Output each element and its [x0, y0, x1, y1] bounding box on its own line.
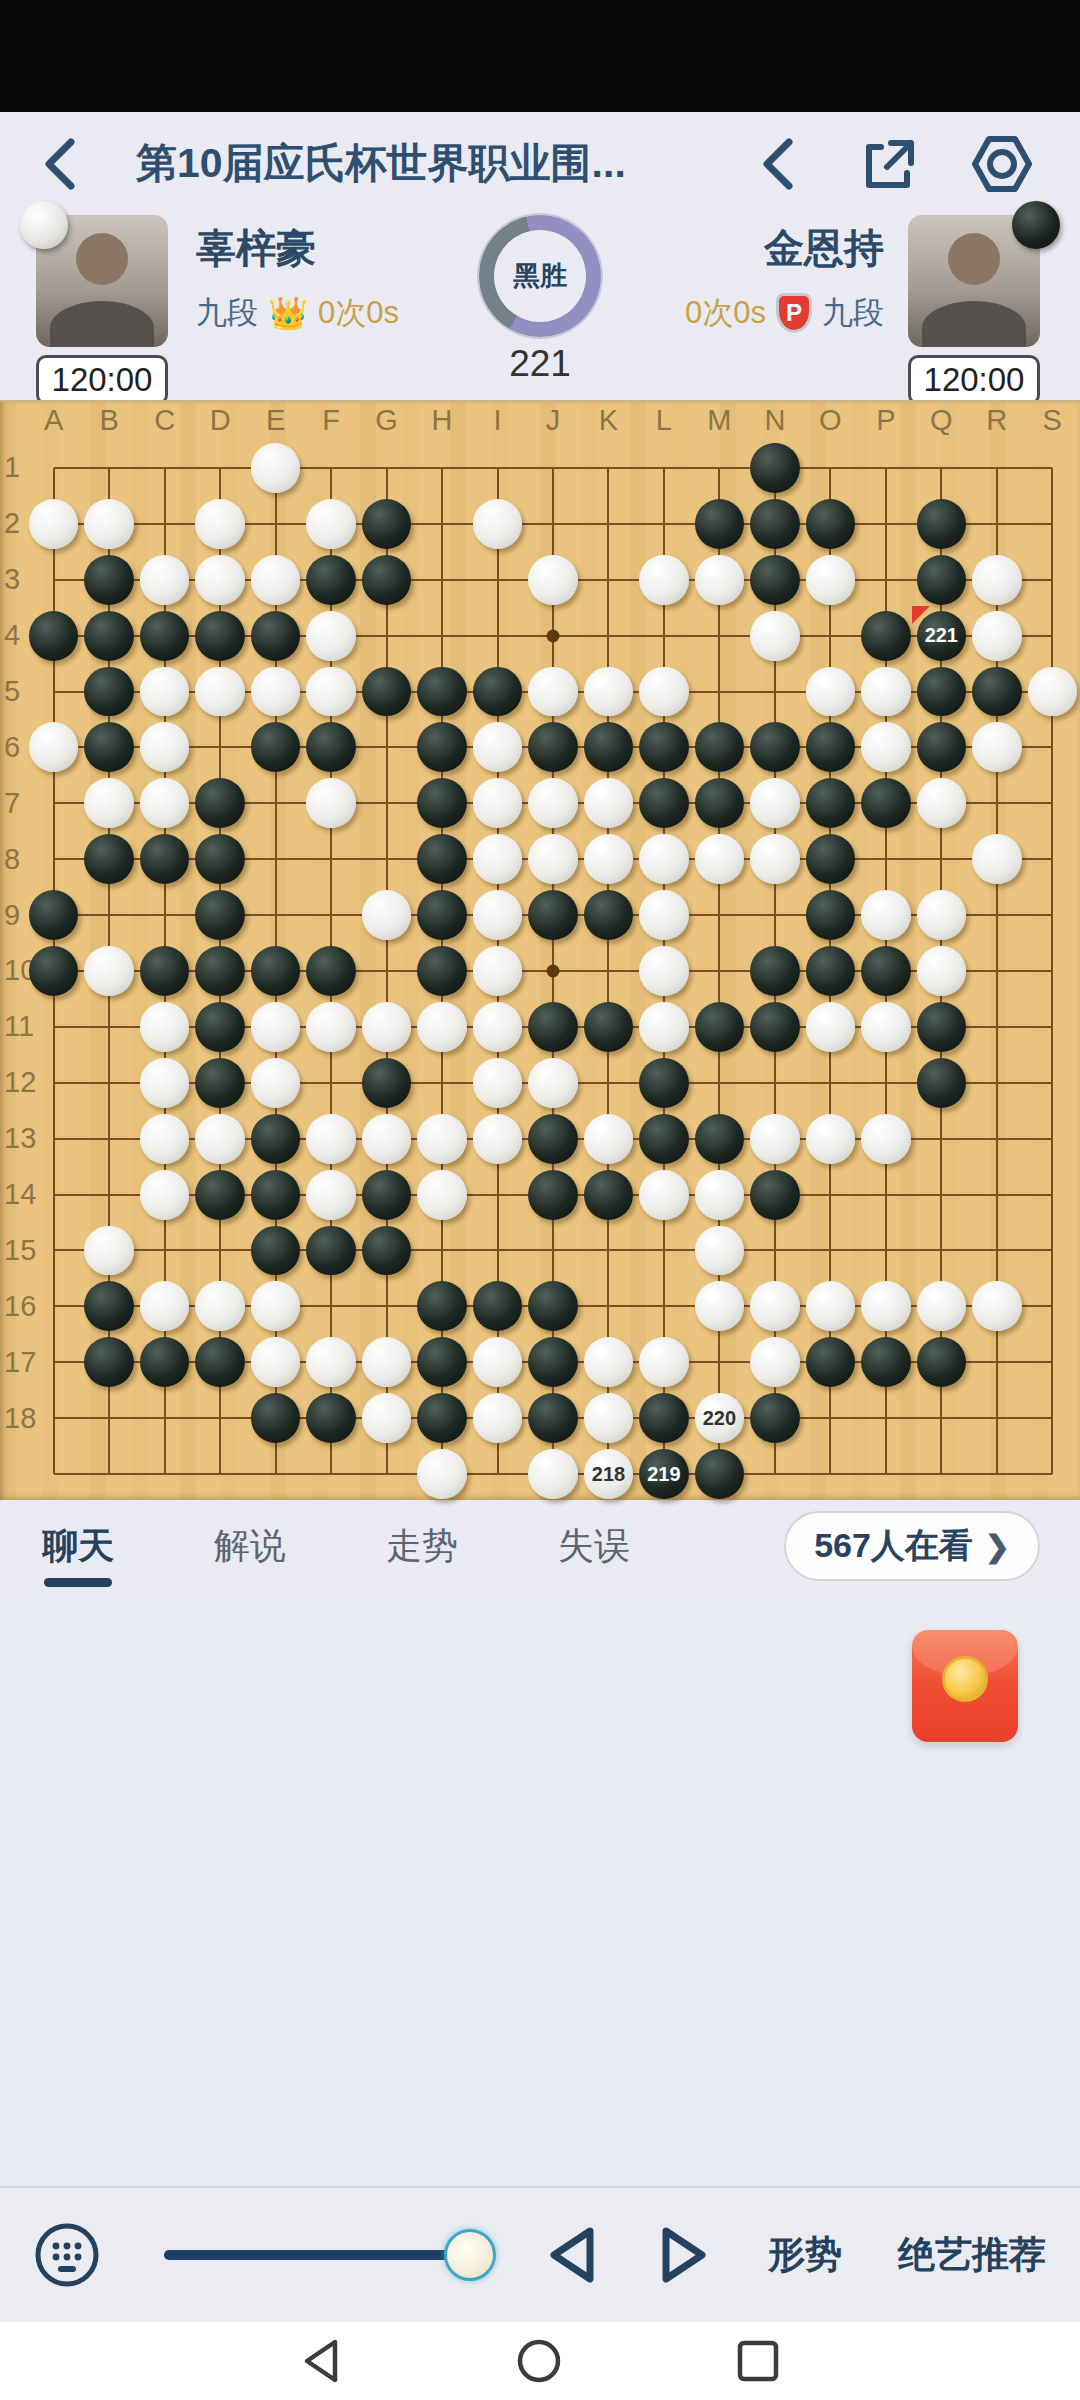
status-bar [0, 0, 1080, 112]
next-move-button[interactable] [656, 2223, 712, 2287]
black-stone-O8 [806, 834, 855, 884]
intersection-S17 [1025, 1334, 1080, 1390]
black-stone-J6 [528, 722, 577, 772]
intersection-E4 [248, 608, 303, 664]
intersection-Q8 [914, 831, 969, 887]
black-stone-F15 [306, 1226, 355, 1276]
intersection-I13 [470, 1111, 525, 1167]
intersection-J9 [525, 887, 580, 943]
intersection-B9 [81, 887, 136, 943]
black-stone-J16 [528, 1281, 577, 1331]
tab-mistakes[interactable]: 失误 [556, 1512, 632, 1581]
intersection-K18 [581, 1390, 636, 1446]
intersection-A14 [26, 1167, 81, 1223]
intersection-E15 [248, 1223, 303, 1279]
intersection-D19 [192, 1446, 247, 1502]
black-stone-G15 [362, 1226, 411, 1276]
intersection-H16 [414, 1278, 469, 1334]
controls-bar: 形势 绝艺推荐 [0, 2186, 1080, 2322]
intersection-N2 [747, 496, 802, 552]
black-stone-D17 [195, 1337, 244, 1387]
intersection-Q19 [914, 1446, 969, 1502]
black-stone-E15 [251, 1226, 300, 1276]
intersection-R16 [969, 1278, 1024, 1334]
col-label-P: P [858, 404, 913, 440]
intersection-D11 [192, 999, 247, 1055]
intersection-B15 [81, 1223, 136, 1279]
intersection-J6 [525, 719, 580, 775]
intersection-F16 [303, 1278, 358, 1334]
black-stone-G3 [362, 555, 411, 605]
intersection-N4 [747, 608, 802, 664]
white-stone-L10 [639, 946, 688, 996]
intersection-B7 [81, 775, 136, 831]
keyboard-input-icon[interactable] [34, 2213, 100, 2297]
intersection-S5 [1025, 664, 1080, 720]
white-stone-I13 [473, 1114, 522, 1164]
white-stone-N13 [750, 1114, 799, 1164]
intersection-L2 [636, 496, 691, 552]
intersection-G8 [359, 831, 414, 887]
white-stone-I18 [473, 1393, 522, 1443]
black-stone-K9 [584, 890, 633, 940]
black-stone-R5 [972, 667, 1021, 717]
col-label-M: M [692, 404, 747, 440]
intersection-F14 [303, 1167, 358, 1223]
left-player-avatar[interactable]: 120:00 [36, 215, 172, 400]
white-stone-L8 [639, 834, 688, 884]
intersection-I5 [470, 664, 525, 720]
intersection-C5 [137, 664, 192, 720]
intersection-J18 [525, 1390, 580, 1446]
intersection-C1 [137, 440, 192, 496]
white-stone-F5 [306, 667, 355, 717]
intersection-I18 [470, 1390, 525, 1446]
intersection-C15 [137, 1223, 192, 1279]
intersection-B6 [81, 719, 136, 775]
intersection-F13 [303, 1111, 358, 1167]
intersection-E7 [248, 775, 303, 831]
intersection-A4 [26, 608, 81, 664]
intersection-A19 [26, 1446, 81, 1502]
left-player-overtime: 0次0s [318, 292, 399, 334]
intersection-F19 [303, 1446, 358, 1502]
intersection-S9 [1025, 887, 1080, 943]
right-player-overtime: 0次0s [685, 292, 766, 334]
intersection-E19 [248, 1446, 303, 1502]
black-stone-M11 [695, 1002, 744, 1052]
intersection-J17 [525, 1334, 580, 1390]
intersection-E9 [248, 887, 303, 943]
intersection-I12 [470, 1055, 525, 1111]
intersection-A1 [26, 440, 81, 496]
intersection-M3 [692, 552, 747, 608]
white-stone-D5 [195, 667, 244, 717]
white-stone-C7 [140, 778, 189, 828]
black-stone-N14 [750, 1170, 799, 1220]
intersection-H6 [414, 719, 469, 775]
intersection-L1 [636, 440, 691, 496]
intersection-E18 [248, 1390, 303, 1446]
intersection-H11 [414, 999, 469, 1055]
intersection-M10 [692, 943, 747, 999]
ai-recommend-button[interactable]: 绝艺推荐 [898, 2230, 1046, 2280]
move-progress-slider[interactable] [164, 2250, 488, 2260]
intersection-O6 [803, 719, 858, 775]
intersection-F9 [303, 887, 358, 943]
black-stone-I16 [473, 1281, 522, 1331]
black-stone-Q12 [917, 1058, 966, 1108]
intersection-M16 [692, 1278, 747, 1334]
intersection-J4 [525, 608, 580, 664]
intersection-H2 [414, 496, 469, 552]
white-stone-M15 [695, 1226, 744, 1276]
white-stone-M3 [695, 555, 744, 605]
col-label-I: I [470, 404, 525, 440]
white-stone-R6 [972, 722, 1021, 772]
black-stone-G5 [362, 667, 411, 717]
black-stone-O6 [806, 722, 855, 772]
intersection-N18 [747, 1390, 802, 1446]
black-stone-C8 [140, 834, 189, 884]
white-stone-E1 [251, 443, 300, 493]
intersection-B4 [81, 608, 136, 664]
black-stone-E6 [251, 722, 300, 772]
intersection-G12 [359, 1055, 414, 1111]
intersection-J15 [525, 1223, 580, 1279]
white-stone-F2 [306, 499, 355, 549]
intersection-I15 [470, 1223, 525, 1279]
intersection-N13 [747, 1111, 802, 1167]
intersection-D15 [192, 1223, 247, 1279]
black-stone-B8 [84, 834, 133, 884]
nav-recents-icon[interactable] [735, 2338, 781, 2384]
white-stone-G11 [362, 1002, 411, 1052]
black-stone-P4 [861, 611, 910, 661]
intersection-P4 [858, 608, 913, 664]
white-stone-D3 [195, 555, 244, 605]
intersection-K5 [581, 664, 636, 720]
black-stone-B5 [84, 667, 133, 717]
black-stone-D4 [195, 611, 244, 661]
black-stone-J9 [528, 890, 577, 940]
intersection-N8 [747, 831, 802, 887]
intersection-N1 [747, 440, 802, 496]
intersection-F3 [303, 552, 358, 608]
intersection-O14 [803, 1167, 858, 1223]
black-stone-Q6 [917, 722, 966, 772]
intersection-G19 [359, 1446, 414, 1502]
intersection-N16 [747, 1278, 802, 1334]
black-stone-M19 [695, 1449, 744, 1499]
white-stone-C12 [140, 1058, 189, 1108]
intersection-G17 [359, 1334, 414, 1390]
intersection-A2 [26, 496, 81, 552]
intersection-O8 [803, 831, 858, 887]
black-stone-N6 [750, 722, 799, 772]
white-stone-G9 [362, 890, 411, 940]
black-stone-B16 [84, 1281, 133, 1331]
intersection-G3 [359, 552, 414, 608]
black-stone-Q5 [917, 667, 966, 717]
intersection-Q2 [914, 496, 969, 552]
black-stone-L7 [639, 778, 688, 828]
intersection-P7 [858, 775, 913, 831]
intersection-R9 [969, 887, 1024, 943]
intersection-D12 [192, 1055, 247, 1111]
black-stone-O7 [806, 778, 855, 828]
intersection-K13 [581, 1111, 636, 1167]
slider-handle[interactable] [444, 2229, 496, 2281]
intersection-O1 [803, 440, 858, 496]
intersection-L17 [636, 1334, 691, 1390]
white-stone-F13 [306, 1114, 355, 1164]
black-stone-D11 [195, 1002, 244, 1052]
intersection-G1 [359, 440, 414, 496]
black-stone-D9 [195, 890, 244, 940]
white-stone-Q9 [917, 890, 966, 940]
intersection-N5 [747, 664, 802, 720]
black-stone-badge [1012, 201, 1060, 249]
intersection-P2 [858, 496, 913, 552]
nav-home-icon[interactable] [515, 2337, 563, 2385]
intersection-H19 [414, 1446, 469, 1502]
left-player-rank: 九段 [196, 292, 258, 334]
col-label-F: F [303, 404, 358, 440]
intersection-I2 [470, 496, 525, 552]
intersection-L12 [636, 1055, 691, 1111]
prev-move-button[interactable] [544, 2223, 600, 2287]
black-stone-H6 [417, 722, 466, 772]
black-stone-G12 [362, 1058, 411, 1108]
intersection-K11 [581, 999, 636, 1055]
intersection-K15 [581, 1223, 636, 1279]
black-stone-B4 [84, 611, 133, 661]
intersection-E2 [248, 496, 303, 552]
intersection-A13 [26, 1111, 81, 1167]
intersection-N7 [747, 775, 802, 831]
intersection-I3 [470, 552, 525, 608]
white-stone-B15 [84, 1226, 133, 1276]
situation-button[interactable]: 形势 [768, 2230, 842, 2280]
intersection-R7 [969, 775, 1024, 831]
white-stone-H14 [417, 1170, 466, 1220]
intersection-M7 [692, 775, 747, 831]
intersection-H12 [414, 1055, 469, 1111]
intersection-M9 [692, 887, 747, 943]
col-label-S: S [1025, 404, 1080, 440]
black-stone-G2 [362, 499, 411, 549]
chat-area [0, 1592, 1080, 2186]
intersection-O13 [803, 1111, 858, 1167]
intersection-Q13 [914, 1111, 969, 1167]
white-stone-O13 [806, 1114, 855, 1164]
white-stone-O16 [806, 1281, 855, 1331]
intersection-A17 [26, 1334, 81, 1390]
black-stone-D14 [195, 1170, 244, 1220]
black-stone-Q17 [917, 1337, 966, 1387]
move-number: 221 [479, 343, 601, 385]
go-board[interactable]: ABCDEFGHIJKLMNOPQRS 12345678910111213141… [0, 400, 1080, 1500]
viewers-count: 567人在看 [814, 1523, 973, 1569]
previous-icon[interactable] [736, 122, 820, 206]
nav-back-icon[interactable] [299, 2337, 343, 2385]
intersection-A8 [26, 831, 81, 887]
share-icon[interactable] [848, 122, 932, 206]
intersection-M4 [692, 608, 747, 664]
intersection-C8 [137, 831, 192, 887]
black-stone-Q2 [917, 499, 966, 549]
black-stone-L13 [639, 1114, 688, 1164]
intersection-D2 [192, 496, 247, 552]
white-stone-I10 [473, 946, 522, 996]
white-stone-B10 [84, 946, 133, 996]
intersection-J11 [525, 999, 580, 1055]
white-stone-O5 [806, 667, 855, 717]
intersection-K6 [581, 719, 636, 775]
intersection-M18: 220 [692, 1390, 747, 1446]
intersection-H13 [414, 1111, 469, 1167]
intersection-C17 [137, 1334, 192, 1390]
intersection-K8 [581, 831, 636, 887]
board-grid: 221220218219 [26, 440, 1080, 1502]
intersection-S1 [1025, 440, 1080, 496]
crown-icon: 👑 [268, 294, 308, 332]
intersection-L14 [636, 1167, 691, 1223]
white-stone-G18 [362, 1393, 411, 1443]
intersection-S14 [1025, 1167, 1080, 1223]
intersection-K3 [581, 552, 636, 608]
last-move-marker [912, 606, 930, 624]
black-stone-N2 [750, 499, 799, 549]
black-stone-H16 [417, 1281, 466, 1331]
intersection-Q9 [914, 887, 969, 943]
intersection-Q5 [914, 664, 969, 720]
white-stone-J3 [528, 555, 577, 605]
white-stone-I8 [473, 834, 522, 884]
black-stone-O10 [806, 946, 855, 996]
black-stone-P7 [861, 778, 910, 828]
intersection-O9 [803, 887, 858, 943]
white-stone-L9 [639, 890, 688, 940]
intersection-L5 [636, 664, 691, 720]
black-stone-J18 [528, 1393, 577, 1443]
intersection-A18 [26, 1390, 81, 1446]
white-stone-E3 [251, 555, 300, 605]
intersection-B10 [81, 943, 136, 999]
col-label-O: O [803, 404, 858, 440]
intersection-H18 [414, 1390, 469, 1446]
black-stone-D12 [195, 1058, 244, 1108]
intersection-A5 [26, 664, 81, 720]
intersection-D16 [192, 1278, 247, 1334]
intersection-K7 [581, 775, 636, 831]
intersection-F10 [303, 943, 358, 999]
intersection-O18 [803, 1390, 858, 1446]
black-stone-J17 [528, 1337, 577, 1387]
intersection-L10 [636, 943, 691, 999]
intersection-I14 [470, 1167, 525, 1223]
intersection-L11 [636, 999, 691, 1055]
viewers-pill[interactable]: 567人在看 ❯ [784, 1511, 1040, 1581]
intersection-C19 [137, 1446, 192, 1502]
red-packet-icon[interactable] [912, 1630, 1018, 1742]
intersection-S8 [1025, 831, 1080, 887]
intersection-C10 [137, 943, 192, 999]
intersection-P10 [858, 943, 913, 999]
right-player-avatar[interactable]: 120:00 [908, 215, 1044, 400]
white-stone-A6 [29, 722, 78, 772]
tab-chat[interactable]: 聊天 [40, 1512, 116, 1581]
intersection-J1 [525, 440, 580, 496]
intersection-D5 [192, 664, 247, 720]
intersection-D10 [192, 943, 247, 999]
white-stone-M8 [695, 834, 744, 884]
white-stone-C3 [140, 555, 189, 605]
white-stone-N8 [750, 834, 799, 884]
intersection-F4 [303, 608, 358, 664]
intersection-D6 [192, 719, 247, 775]
white-stone-F4 [306, 611, 355, 661]
white-stone-R8 [972, 834, 1021, 884]
intersection-A15 [26, 1223, 81, 1279]
black-stone-L6 [639, 722, 688, 772]
intersection-B2 [81, 496, 136, 552]
tab-trend[interactable]: 走势 [384, 1512, 460, 1581]
intersection-Q18 [914, 1390, 969, 1446]
col-label-E: E [248, 404, 303, 440]
intersection-S11 [1025, 999, 1080, 1055]
right-player-rank: 九段 [822, 292, 884, 334]
intersection-H9 [414, 887, 469, 943]
intersection-L9 [636, 887, 691, 943]
intersection-K19: 218 [581, 1446, 636, 1502]
intersection-G16 [359, 1278, 414, 1334]
back-icon[interactable] [36, 122, 84, 206]
intersection-A16 [26, 1278, 81, 1334]
tab-commentary[interactable]: 解说 [212, 1512, 288, 1581]
intersection-B5 [81, 664, 136, 720]
white-stone-R16 [972, 1281, 1021, 1331]
black-stone-N18 [750, 1393, 799, 1443]
black-stone-Q11 [917, 1002, 966, 1052]
intersection-P9 [858, 887, 913, 943]
intersection-Q12 [914, 1055, 969, 1111]
intersection-G4 [359, 608, 414, 664]
intersection-L7 [636, 775, 691, 831]
intersection-I16 [470, 1278, 525, 1334]
intersection-M6 [692, 719, 747, 775]
intersection-A6 [26, 719, 81, 775]
black-stone-L18 [639, 1393, 688, 1443]
white-stone-E11 [251, 1002, 300, 1052]
white-stone-L11 [639, 1002, 688, 1052]
intersection-L8 [636, 831, 691, 887]
black-stone-H8 [417, 834, 466, 884]
intersection-H15 [414, 1223, 469, 1279]
intersection-J10 [525, 943, 580, 999]
black-stone-I5 [473, 667, 522, 717]
black-stone-M13 [695, 1114, 744, 1164]
black-stone-H17 [417, 1337, 466, 1387]
intersection-J8 [525, 831, 580, 887]
black-stone-C17 [140, 1337, 189, 1387]
intersection-O11 [803, 999, 858, 1055]
col-label-A: A [26, 404, 81, 440]
record-target-icon[interactable] [960, 122, 1044, 206]
black-stone-K14 [584, 1170, 633, 1220]
intersection-O3 [803, 552, 858, 608]
